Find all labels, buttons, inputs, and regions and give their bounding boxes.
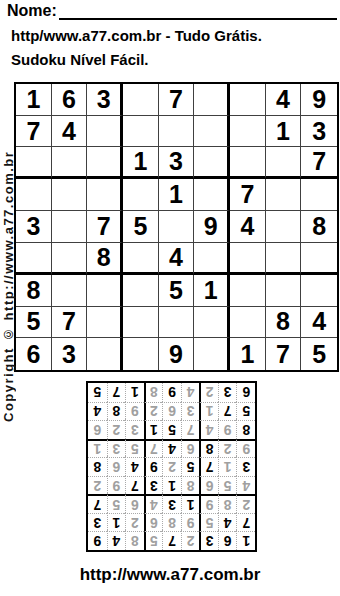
cell-r5c5	[159, 211, 195, 243]
cell-r9c4	[123, 338, 159, 370]
footer-url: http://www.a77.com.br	[0, 565, 340, 585]
cell-r4c6	[194, 179, 230, 211]
cell-r9c7: 1	[230, 338, 266, 370]
solution-cell-r8c1: 5	[236, 402, 255, 421]
cell-r9c6	[194, 338, 230, 370]
solution-cell-r9c3: 2	[199, 383, 218, 402]
solution-cell-r5c6: 9	[144, 457, 163, 476]
solution-cell-r4c5: 1	[162, 476, 181, 495]
solution-cell-r1c2: 6	[218, 531, 237, 550]
solution-cell-r6c4: 6	[181, 439, 200, 458]
solution-cell-r2c7: 2	[125, 513, 144, 532]
sudoku-print-page: Nome: http/www.a77.com.br - Tudo Grátis.…	[0, 0, 340, 596]
cell-r3c2	[52, 147, 88, 179]
cell-r6c8	[266, 243, 302, 275]
solution-cell-r3c9: 7	[88, 494, 107, 513]
solution-cell-r5c2: 1	[218, 457, 237, 476]
solution-cell-r8c3: 1	[199, 402, 218, 421]
cell-r3c4: 1	[123, 147, 159, 179]
solution-cell-r7c5: 5	[162, 420, 181, 439]
cell-r3c8	[266, 147, 302, 179]
solution-cell-r5c4: 5	[181, 457, 200, 476]
solution-cell-r8c9: 4	[88, 402, 107, 421]
cell-r4c1	[16, 179, 52, 211]
cell-r7c4	[123, 275, 159, 307]
name-row: Nome:	[7, 2, 337, 20]
solution-cell-r8c7: 9	[125, 402, 144, 421]
solution-cell-r2c6: 6	[144, 513, 163, 532]
solution-cell-r7c9: 6	[88, 420, 107, 439]
solution-cell-r4c2: 5	[218, 476, 237, 495]
cell-r1c1: 1	[16, 84, 52, 116]
cell-r9c2: 3	[52, 338, 88, 370]
solution-cell-r6c3: 8	[199, 439, 218, 458]
solution-cell-r7c2: 9	[218, 420, 237, 439]
cell-r6c7	[230, 243, 266, 275]
name-underline	[59, 3, 337, 20]
cell-r3c3	[87, 147, 123, 179]
cell-r6c5: 4	[159, 243, 195, 275]
solution-cell-r8c5: 6	[162, 402, 181, 421]
solution-cell-r3c7: 6	[125, 494, 144, 513]
cell-r8c8: 8	[266, 307, 302, 339]
cell-r6c9	[301, 243, 337, 275]
solution-cell-r7c4: 7	[181, 420, 200, 439]
cell-r4c9	[301, 179, 337, 211]
cell-r1c2: 6	[52, 84, 88, 116]
cell-r2c2: 4	[52, 116, 88, 148]
cell-r4c5: 1	[159, 179, 195, 211]
solution-cell-r1c5: 7	[162, 531, 181, 550]
cell-r2c9: 3	[301, 116, 337, 148]
solution-cell-r2c4: 9	[181, 513, 200, 532]
cell-r2c5	[159, 116, 195, 148]
solution-cell-r4c4: 8	[181, 476, 200, 495]
solution-cell-r9c4: 4	[181, 383, 200, 402]
cell-r8c9: 4	[301, 307, 337, 339]
solution-cell-r5c3: 7	[199, 457, 218, 476]
cell-r4c7: 7	[230, 179, 266, 211]
puzzle-level-title: Sudoku Nível Fácil.	[11, 51, 149, 68]
cell-r8c2: 7	[52, 307, 88, 339]
cell-r1c5: 7	[159, 84, 195, 116]
solution-cell-r7c7: 3	[125, 420, 144, 439]
solution-cell-r9c7: 1	[125, 383, 144, 402]
solution-grid-rotated: 1632758497459862132891346574568137923175…	[86, 381, 257, 552]
cell-r1c6	[194, 84, 230, 116]
solution-cell-r1c3: 3	[199, 531, 218, 550]
cell-r7c1: 8	[16, 275, 52, 307]
cell-r7c2	[52, 275, 88, 307]
cell-r7c3	[87, 275, 123, 307]
cell-r5c4: 5	[123, 211, 159, 243]
solution-cell-r9c5: 9	[162, 383, 181, 402]
cell-r6c1	[16, 243, 52, 275]
solution-cell-r5c1: 3	[236, 457, 255, 476]
solution-cell-r1c9: 9	[88, 531, 107, 550]
solution-cell-r3c3: 9	[199, 494, 218, 513]
cell-r8c4	[123, 307, 159, 339]
solution-cell-r8c8: 8	[107, 402, 126, 421]
cell-r8c1: 5	[16, 307, 52, 339]
solution-cell-r7c3: 4	[199, 420, 218, 439]
solution-cell-r1c7: 8	[125, 531, 144, 550]
solution-cell-r6c2: 2	[218, 439, 237, 458]
cell-r9c8: 7	[266, 338, 302, 370]
cell-r2c4	[123, 116, 159, 148]
solution-cell-r3c8: 5	[107, 494, 126, 513]
cell-r7c9	[301, 275, 337, 307]
solution-cell-r8c4: 3	[181, 402, 200, 421]
cell-r4c3	[87, 179, 123, 211]
solution-cell-r2c1: 7	[236, 513, 255, 532]
name-label: Nome:	[7, 2, 57, 20]
solution-cell-r1c1: 1	[236, 531, 255, 550]
solution-cell-r7c8: 2	[107, 420, 126, 439]
solution-cell-r3c2: 8	[218, 494, 237, 513]
cell-r3c5: 3	[159, 147, 195, 179]
site-headline: http/www.a77.com.br - Tudo Grátis.	[11, 27, 262, 44]
solution-cell-r9c1: 6	[236, 383, 255, 402]
cell-r5c8	[266, 211, 302, 243]
cell-r7c8	[266, 275, 302, 307]
solution-cell-r5c5: 2	[162, 457, 181, 476]
cell-r9c5: 9	[159, 338, 195, 370]
solution-cell-r8c2: 7	[218, 402, 237, 421]
solution-cell-r2c9: 3	[88, 513, 107, 532]
solution-cell-r3c5: 3	[162, 494, 181, 513]
solution-cell-r6c9: 1	[88, 439, 107, 458]
cell-r8c5	[159, 307, 195, 339]
cell-r5c6: 9	[194, 211, 230, 243]
solution-cell-r4c6: 3	[144, 476, 163, 495]
solution-cell-r6c5: 4	[162, 439, 181, 458]
cell-r6c2	[52, 243, 88, 275]
cell-r7c5: 5	[159, 275, 195, 307]
solution-cell-r4c1: 4	[236, 476, 255, 495]
cell-r4c4	[123, 179, 159, 211]
cell-r5c1: 3	[16, 211, 52, 243]
cell-r1c4	[123, 84, 159, 116]
solution-cell-r2c8: 1	[107, 513, 126, 532]
cell-r2c7	[230, 116, 266, 148]
cell-r6c4	[123, 243, 159, 275]
solution-cell-r9c8: 7	[107, 383, 126, 402]
sudoku-grid: 163749741313717375948848515784639175	[14, 82, 339, 372]
cell-r3c6	[194, 147, 230, 179]
cell-r2c1: 7	[16, 116, 52, 148]
cell-r8c3	[87, 307, 123, 339]
cell-r1c3: 3	[87, 84, 123, 116]
solution-cell-r2c3: 5	[199, 513, 218, 532]
cell-r9c9: 5	[301, 338, 337, 370]
solution-cell-r1c8: 4	[107, 531, 126, 550]
solution-cell-r4c7: 7	[125, 476, 144, 495]
solution-cell-r6c8: 3	[107, 439, 126, 458]
solution-cell-r7c1: 8	[236, 420, 255, 439]
cell-r1c7	[230, 84, 266, 116]
cell-r1c9: 9	[301, 84, 337, 116]
cell-r7c6: 1	[194, 275, 230, 307]
cell-r2c6	[194, 116, 230, 148]
solution-cell-r9c6: 8	[144, 383, 163, 402]
solution-cell-r6c1: 9	[236, 439, 255, 458]
solution-cell-r5c9: 8	[88, 457, 107, 476]
solution-cell-r3c4: 1	[181, 494, 200, 513]
cell-r4c8	[266, 179, 302, 211]
solution-cell-r9c2: 3	[218, 383, 237, 402]
solution-cell-r1c4: 2	[181, 531, 200, 550]
solution-cell-r2c5: 8	[162, 513, 181, 532]
cell-r5c7: 4	[230, 211, 266, 243]
cell-r7c7	[230, 275, 266, 307]
solution-cell-r6c7: 5	[125, 439, 144, 458]
solution-cell-r3c1: 2	[236, 494, 255, 513]
solution-cell-r3c6: 4	[144, 494, 163, 513]
cell-r5c9: 8	[301, 211, 337, 243]
cell-r8c6	[194, 307, 230, 339]
cell-r4c2	[52, 179, 88, 211]
cell-r2c3	[87, 116, 123, 148]
cell-r6c6	[194, 243, 230, 275]
cell-r2c8: 1	[266, 116, 302, 148]
solution-cell-r7c6: 1	[144, 420, 163, 439]
cell-r1c8: 4	[266, 84, 302, 116]
solution-cell-r2c2: 4	[218, 513, 237, 532]
solution-cell-r4c8: 9	[107, 476, 126, 495]
solution-cell-r1c6: 5	[144, 531, 163, 550]
cell-r8c7	[230, 307, 266, 339]
solution-cell-r6c6: 7	[144, 439, 163, 458]
cell-r3c1	[16, 147, 52, 179]
solution-cell-r5c7: 4	[125, 457, 144, 476]
solution-cell-r9c9: 5	[88, 383, 107, 402]
solution-cell-r8c6: 2	[144, 402, 163, 421]
solution-cell-r4c9: 2	[88, 476, 107, 495]
copyright-vertical-text: Copyright © http://www.a77.com.br	[1, 84, 17, 422]
solution-cell-r5c8: 6	[107, 457, 126, 476]
cell-r9c1: 6	[16, 338, 52, 370]
cell-r6c3: 8	[87, 243, 123, 275]
cell-r5c3: 7	[87, 211, 123, 243]
solution-cell-r4c3: 6	[199, 476, 218, 495]
cell-r3c7	[230, 147, 266, 179]
cell-r9c3	[87, 338, 123, 370]
cell-r3c9: 7	[301, 147, 337, 179]
cell-r5c2	[52, 211, 88, 243]
